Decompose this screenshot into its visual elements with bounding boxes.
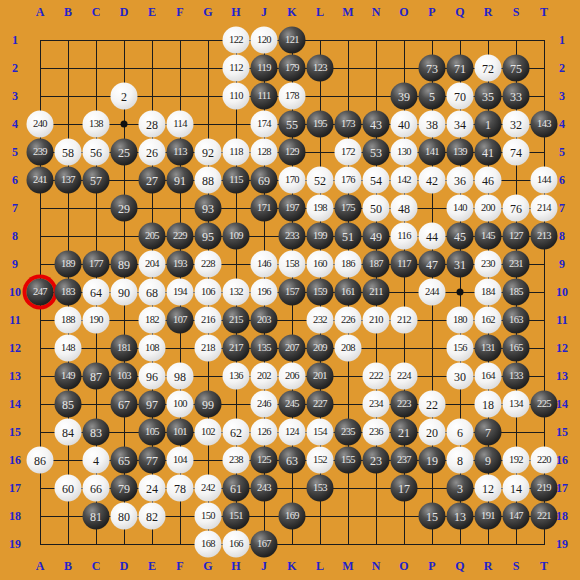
stone-H11[interactable]: 215 — [223, 307, 250, 334]
stone-P3[interactable]: 5 — [419, 83, 446, 110]
stone-G5[interactable]: 92 — [195, 139, 222, 166]
stone-C16[interactable]: 4 — [83, 447, 110, 474]
stone-P2[interactable]: 73 — [419, 55, 446, 82]
stone-T6[interactable]: 144 — [531, 167, 558, 194]
move-number: 210 — [369, 315, 383, 326]
move-number: 128 — [257, 147, 271, 158]
stone-B10[interactable]: 183 — [55, 279, 82, 306]
stone-O6[interactable]: 142 — [391, 167, 418, 194]
stone-E15[interactable]: 105 — [139, 419, 166, 446]
stone-D16[interactable]: 65 — [111, 447, 138, 474]
stone-O4[interactable]: 40 — [391, 111, 418, 138]
move-number: 217 — [229, 343, 243, 354]
stone-C15[interactable]: 83 — [83, 419, 110, 446]
row-label-left: 13 — [9, 369, 21, 384]
move-number: 113 — [173, 147, 187, 158]
stone-G17[interactable]: 242 — [195, 475, 222, 502]
stone-J4[interactable]: 174 — [251, 111, 278, 138]
move-number: 20 — [426, 426, 438, 438]
stone-M15[interactable]: 235 — [335, 419, 362, 446]
stone-G8[interactable]: 95 — [195, 223, 222, 250]
row-label-right: 4 — [559, 117, 565, 132]
stone-J3[interactable]: 111 — [251, 83, 278, 110]
stone-K8[interactable]: 233 — [279, 223, 306, 250]
stone-K3[interactable]: 178 — [279, 83, 306, 110]
stone-O17[interactable]: 17 — [391, 475, 418, 502]
stone-C6[interactable]: 57 — [83, 167, 110, 194]
move-number: 127 — [509, 231, 523, 242]
stone-D12[interactable]: 181 — [111, 335, 138, 362]
move-number: 36 — [454, 174, 466, 186]
stone-B13[interactable]: 149 — [55, 363, 82, 390]
move-number: 104 — [173, 455, 187, 466]
stone-G15[interactable]: 102 — [195, 419, 222, 446]
stone-D18[interactable]: 80 — [111, 503, 138, 530]
move-number: 21 — [398, 426, 410, 438]
stone-R13[interactable]: 164 — [475, 363, 502, 390]
move-number: 137 — [61, 175, 75, 186]
stone-Q4[interactable]: 34 — [447, 111, 474, 138]
stone-A4[interactable]: 240 — [27, 111, 54, 138]
move-number: 197 — [285, 203, 299, 214]
stone-J6[interactable]: 69 — [251, 167, 278, 194]
stone-J15[interactable]: 126 — [251, 419, 278, 446]
stone-F6[interactable]: 91 — [167, 167, 194, 194]
stone-F9[interactable]: 193 — [167, 251, 194, 278]
stone-R6[interactable]: 46 — [475, 167, 502, 194]
move-number: 237 — [397, 455, 411, 466]
row-label-left: 6 — [12, 173, 18, 188]
stone-H13[interactable]: 136 — [223, 363, 250, 390]
move-number: 227 — [313, 399, 327, 410]
stone-E11[interactable]: 182 — [139, 307, 166, 334]
stone-E12[interactable]: 108 — [139, 335, 166, 362]
stone-R11[interactable]: 162 — [475, 307, 502, 334]
stone-L11[interactable]: 232 — [307, 307, 334, 334]
stone-Q17[interactable]: 3 — [447, 475, 474, 502]
stone-R9[interactable]: 230 — [475, 251, 502, 278]
move-number: 106 — [201, 287, 215, 298]
stone-F15[interactable]: 101 — [167, 419, 194, 446]
stone-K18[interactable]: 169 — [279, 503, 306, 530]
stone-O7[interactable]: 48 — [391, 195, 418, 222]
stone-P4[interactable]: 38 — [419, 111, 446, 138]
stone-H16[interactable]: 238 — [223, 447, 250, 474]
stone-K1[interactable]: 121 — [279, 27, 306, 54]
stone-R3[interactable]: 35 — [475, 83, 502, 110]
move-number: 116 — [397, 231, 411, 242]
stone-Q2[interactable]: 71 — [447, 55, 474, 82]
stone-L7[interactable]: 198 — [307, 195, 334, 222]
stone-Q6[interactable]: 36 — [447, 167, 474, 194]
stone-C11[interactable]: 190 — [83, 307, 110, 334]
stone-M9[interactable]: 186 — [335, 251, 362, 278]
stone-S3[interactable]: 33 — [503, 83, 530, 110]
stone-D9[interactable]: 89 — [111, 251, 138, 278]
stone-H19[interactable]: 166 — [223, 531, 250, 558]
stone-R8[interactable]: 145 — [475, 223, 502, 250]
stone-S14[interactable]: 134 — [503, 391, 530, 418]
stone-B6[interactable]: 137 — [55, 167, 82, 194]
stone-E4[interactable]: 28 — [139, 111, 166, 138]
stone-B5[interactable]: 58 — [55, 139, 82, 166]
stone-Q16[interactable]: 8 — [447, 447, 474, 474]
stone-L9[interactable]: 160 — [307, 251, 334, 278]
stone-F8[interactable]: 229 — [167, 223, 194, 250]
stone-N8[interactable]: 49 — [363, 223, 390, 250]
stone-R15[interactable]: 7 — [475, 419, 502, 446]
stone-Q12[interactable]: 156 — [447, 335, 474, 362]
stone-F11[interactable]: 107 — [167, 307, 194, 334]
stone-Q5[interactable]: 139 — [447, 139, 474, 166]
stone-Q3[interactable]: 70 — [447, 83, 474, 110]
stone-F14[interactable]: 100 — [167, 391, 194, 418]
stone-L14[interactable]: 227 — [307, 391, 334, 418]
stone-D10[interactable]: 90 — [111, 279, 138, 306]
stone-E6[interactable]: 27 — [139, 167, 166, 194]
stone-N16[interactable]: 23 — [363, 447, 390, 474]
move-number: 221 — [537, 511, 551, 522]
move-number: 12 — [482, 482, 494, 494]
stone-J14[interactable]: 246 — [251, 391, 278, 418]
stone-M10[interactable]: 161 — [335, 279, 362, 306]
stone-S2[interactable]: 75 — [503, 55, 530, 82]
stone-H10[interactable]: 132 — [223, 279, 250, 306]
stone-G14[interactable]: 99 — [195, 391, 222, 418]
move-number: 107 — [173, 315, 187, 326]
move-number: 235 — [341, 427, 355, 438]
stone-H8[interactable]: 109 — [223, 223, 250, 250]
stone-J11[interactable]: 203 — [251, 307, 278, 334]
stone-J13[interactable]: 202 — [251, 363, 278, 390]
move-number: 75 — [510, 62, 522, 74]
stone-F13[interactable]: 98 — [167, 363, 194, 390]
row-label-left: 10 — [9, 285, 21, 300]
stone-R2[interactable]: 72 — [475, 55, 502, 82]
stone-C10[interactable]: 64 — [83, 279, 110, 306]
column-label-top: P — [428, 5, 435, 20]
stone-A6[interactable]: 241 — [27, 167, 54, 194]
stone-H15[interactable]: 62 — [223, 419, 250, 446]
stone-Q15[interactable]: 6 — [447, 419, 474, 446]
stone-R12[interactable]: 131 — [475, 335, 502, 362]
move-number: 185 — [509, 287, 523, 298]
stone-T16[interactable]: 220 — [531, 447, 558, 474]
stone-Q8[interactable]: 45 — [447, 223, 474, 250]
stone-P14[interactable]: 22 — [419, 391, 446, 418]
stone-E9[interactable]: 204 — [139, 251, 166, 278]
stone-P8[interactable]: 44 — [419, 223, 446, 250]
stone-S9[interactable]: 231 — [503, 251, 530, 278]
stone-L10[interactable]: 159 — [307, 279, 334, 306]
stone-P9[interactable]: 47 — [419, 251, 446, 278]
move-number: 102 — [201, 427, 215, 438]
stone-S7[interactable]: 76 — [503, 195, 530, 222]
stone-T17[interactable]: 219 — [531, 475, 558, 502]
stone-C17[interactable]: 66 — [83, 475, 110, 502]
stone-B11[interactable]: 188 — [55, 307, 82, 334]
move-number: 58 — [62, 146, 74, 158]
column-label-bottom: A — [36, 559, 45, 574]
stone-F16[interactable]: 104 — [167, 447, 194, 474]
stone-H12[interactable]: 217 — [223, 335, 250, 362]
stone-O14[interactable]: 223 — [391, 391, 418, 418]
stone-M6[interactable]: 176 — [335, 167, 362, 194]
stone-D17[interactable]: 79 — [111, 475, 138, 502]
stone-P5[interactable]: 141 — [419, 139, 446, 166]
stone-L8[interactable]: 199 — [307, 223, 334, 250]
stone-O9[interactable]: 117 — [391, 251, 418, 278]
stone-G11[interactable]: 216 — [195, 307, 222, 334]
move-number: 77 — [146, 454, 158, 466]
move-number: 218 — [201, 343, 215, 354]
stone-J16[interactable]: 125 — [251, 447, 278, 474]
stone-T14[interactable]: 225 — [531, 391, 558, 418]
stone-F4[interactable]: 114 — [167, 111, 194, 138]
stone-S16[interactable]: 192 — [503, 447, 530, 474]
stone-B14[interactable]: 85 — [55, 391, 82, 418]
stone-M12[interactable]: 208 — [335, 335, 362, 362]
stone-S12[interactable]: 165 — [503, 335, 530, 362]
stone-C18[interactable]: 81 — [83, 503, 110, 530]
stone-J10[interactable]: 196 — [251, 279, 278, 306]
stone-R16[interactable]: 9 — [475, 447, 502, 474]
stone-B17[interactable]: 60 — [55, 475, 82, 502]
stone-T18[interactable]: 221 — [531, 503, 558, 530]
stone-L13[interactable]: 201 — [307, 363, 334, 390]
stone-O15[interactable]: 21 — [391, 419, 418, 446]
stone-N11[interactable]: 210 — [363, 307, 390, 334]
stone-Q9[interactable]: 31 — [447, 251, 474, 278]
stone-R17[interactable]: 12 — [475, 475, 502, 502]
stone-J1[interactable]: 120 — [251, 27, 278, 54]
stone-H5[interactable]: 118 — [223, 139, 250, 166]
stone-A16[interactable]: 86 — [27, 447, 54, 474]
stone-J2[interactable]: 119 — [251, 55, 278, 82]
move-number: 66 — [90, 482, 102, 494]
stone-G18[interactable]: 150 — [195, 503, 222, 530]
move-number: 84 — [62, 426, 74, 438]
stone-T8[interactable]: 213 — [531, 223, 558, 250]
stone-E17[interactable]: 24 — [139, 475, 166, 502]
row-label-left: 11 — [9, 313, 20, 328]
stone-G7[interactable]: 93 — [195, 195, 222, 222]
stone-R5[interactable]: 41 — [475, 139, 502, 166]
stone-B15[interactable]: 84 — [55, 419, 82, 446]
row-label-right: 18 — [556, 509, 568, 524]
stone-K16[interactable]: 63 — [279, 447, 306, 474]
stone-L16[interactable]: 152 — [307, 447, 334, 474]
stone-J7[interactable]: 171 — [251, 195, 278, 222]
stone-H17[interactable]: 61 — [223, 475, 250, 502]
stone-O8[interactable]: 116 — [391, 223, 418, 250]
stone-P16[interactable]: 19 — [419, 447, 446, 474]
stone-K10[interactable]: 157 — [279, 279, 306, 306]
move-number: 99 — [202, 398, 214, 410]
stone-K12[interactable]: 207 — [279, 335, 306, 362]
move-number: 209 — [313, 343, 327, 354]
stone-D5[interactable]: 25 — [111, 139, 138, 166]
stone-K7[interactable]: 197 — [279, 195, 306, 222]
move-number: 208 — [341, 343, 355, 354]
stone-P6[interactable]: 42 — [419, 167, 446, 194]
move-number: 164 — [481, 371, 495, 382]
stone-O16[interactable]: 237 — [391, 447, 418, 474]
stone-F10[interactable]: 194 — [167, 279, 194, 306]
stone-F17[interactable]: 78 — [167, 475, 194, 502]
stone-O11[interactable]: 212 — [391, 307, 418, 334]
move-number: 109 — [229, 231, 243, 242]
stone-G10[interactable]: 106 — [195, 279, 222, 306]
stone-R7[interactable]: 200 — [475, 195, 502, 222]
stone-K2[interactable]: 179 — [279, 55, 306, 82]
stone-K9[interactable]: 158 — [279, 251, 306, 278]
stone-E16[interactable]: 77 — [139, 447, 166, 474]
stone-L2[interactable]: 123 — [307, 55, 334, 82]
stone-L4[interactable]: 195 — [307, 111, 334, 138]
column-label-bottom: D — [120, 559, 129, 574]
stone-S11[interactable]: 163 — [503, 307, 530, 334]
row-label-left: 14 — [9, 397, 21, 412]
stone-O13[interactable]: 224 — [391, 363, 418, 390]
stone-N6[interactable]: 54 — [363, 167, 390, 194]
stone-T4[interactable]: 143 — [531, 111, 558, 138]
column-label-top: K — [287, 5, 296, 20]
stone-J17[interactable]: 243 — [251, 475, 278, 502]
stone-S18[interactable]: 147 — [503, 503, 530, 530]
stone-K6[interactable]: 170 — [279, 167, 306, 194]
stone-N5[interactable]: 53 — [363, 139, 390, 166]
stone-L12[interactable]: 209 — [307, 335, 334, 362]
stone-E14[interactable]: 97 — [139, 391, 166, 418]
move-number: 223 — [397, 399, 411, 410]
stone-H18[interactable]: 151 — [223, 503, 250, 530]
stone-O5[interactable]: 130 — [391, 139, 418, 166]
stone-J19[interactable]: 167 — [251, 531, 278, 558]
move-number: 26 — [146, 146, 158, 158]
move-number: 159 — [313, 287, 327, 298]
stone-M11[interactable]: 226 — [335, 307, 362, 334]
move-number: 149 — [61, 371, 75, 382]
column-label-top: F — [176, 5, 183, 20]
go-board[interactable]: AABBCCDDEEFFGGHHJJKKLLMMNNOOPPQQRRSSTT11… — [0, 0, 580, 580]
stone-M8[interactable]: 51 — [335, 223, 362, 250]
move-number: 17 — [398, 482, 410, 494]
move-number: 88 — [202, 174, 214, 186]
move-number: 111 — [257, 91, 270, 102]
stone-L6[interactable]: 52 — [307, 167, 334, 194]
stone-N7[interactable]: 50 — [363, 195, 390, 222]
stone-H6[interactable]: 115 — [223, 167, 250, 194]
stone-K4[interactable]: 55 — [279, 111, 306, 138]
stone-S13[interactable]: 133 — [503, 363, 530, 390]
stone-S5[interactable]: 74 — [503, 139, 530, 166]
stone-H2[interactable]: 112 — [223, 55, 250, 82]
stone-C13[interactable]: 87 — [83, 363, 110, 390]
column-label-bottom: B — [64, 559, 72, 574]
stone-P18[interactable]: 15 — [419, 503, 446, 530]
stone-C4[interactable]: 138 — [83, 111, 110, 138]
stone-K15[interactable]: 124 — [279, 419, 306, 446]
stone-N13[interactable]: 222 — [363, 363, 390, 390]
stone-T7[interactable]: 214 — [531, 195, 558, 222]
stone-M16[interactable]: 155 — [335, 447, 362, 474]
stone-A10[interactable]: 247 — [27, 279, 54, 306]
stone-R14[interactable]: 18 — [475, 391, 502, 418]
stone-G12[interactable]: 218 — [195, 335, 222, 362]
stone-R18[interactable]: 191 — [475, 503, 502, 530]
stone-G6[interactable]: 88 — [195, 167, 222, 194]
stone-H1[interactable]: 122 — [223, 27, 250, 54]
stone-N9[interactable]: 187 — [363, 251, 390, 278]
stone-S10[interactable]: 185 — [503, 279, 530, 306]
move-number: 183 — [61, 287, 75, 298]
stone-Q11[interactable]: 180 — [447, 307, 474, 334]
stone-E13[interactable]: 96 — [139, 363, 166, 390]
stone-R10[interactable]: 184 — [475, 279, 502, 306]
column-label-top: D — [120, 5, 129, 20]
move-number: 143 — [537, 119, 551, 130]
stone-M7[interactable]: 175 — [335, 195, 362, 222]
stone-K14[interactable]: 245 — [279, 391, 306, 418]
stone-Q18[interactable]: 13 — [447, 503, 474, 530]
stone-E8[interactable]: 205 — [139, 223, 166, 250]
stone-J5[interactable]: 128 — [251, 139, 278, 166]
stone-S8[interactable]: 127 — [503, 223, 530, 250]
column-label-bottom: R — [484, 559, 493, 574]
stone-N10[interactable]: 211 — [363, 279, 390, 306]
stone-C5[interactable]: 56 — [83, 139, 110, 166]
stone-Q13[interactable]: 30 — [447, 363, 474, 390]
stone-E18[interactable]: 82 — [139, 503, 166, 530]
stone-A5[interactable]: 239 — [27, 139, 54, 166]
stone-J12[interactable]: 135 — [251, 335, 278, 362]
stone-G19[interactable]: 168 — [195, 531, 222, 558]
stone-N15[interactable]: 236 — [363, 419, 390, 446]
stone-E5[interactable]: 26 — [139, 139, 166, 166]
stone-S4[interactable]: 32 — [503, 111, 530, 138]
stone-G9[interactable]: 228 — [195, 251, 222, 278]
stone-Q7[interactable]: 140 — [447, 195, 474, 222]
stone-B9[interactable]: 189 — [55, 251, 82, 278]
move-number: 180 — [453, 315, 467, 326]
stone-H3[interactable]: 110 — [223, 83, 250, 110]
stone-D14[interactable]: 67 — [111, 391, 138, 418]
stone-P15[interactable]: 20 — [419, 419, 446, 446]
stone-F5[interactable]: 113 — [167, 139, 194, 166]
stone-L17[interactable]: 153 — [307, 475, 334, 502]
stone-K13[interactable]: 206 — [279, 363, 306, 390]
stone-E10[interactable]: 68 — [139, 279, 166, 306]
stone-D3[interactable]: 2 — [111, 83, 138, 110]
stone-O3[interactable]: 39 — [391, 83, 418, 110]
stone-L15[interactable]: 154 — [307, 419, 334, 446]
stone-C9[interactable]: 177 — [83, 251, 110, 278]
stone-M4[interactable]: 173 — [335, 111, 362, 138]
stone-D7[interactable]: 29 — [111, 195, 138, 222]
stone-R4[interactable]: 1 — [475, 111, 502, 138]
stone-M5[interactable]: 172 — [335, 139, 362, 166]
stone-B12[interactable]: 148 — [55, 335, 82, 362]
stone-P10[interactable]: 244 — [419, 279, 446, 306]
stone-N4[interactable]: 43 — [363, 111, 390, 138]
stone-S17[interactable]: 14 — [503, 475, 530, 502]
stone-D13[interactable]: 103 — [111, 363, 138, 390]
move-number: 150 — [201, 511, 215, 522]
stone-J9[interactable]: 146 — [251, 251, 278, 278]
stone-K5[interactable]: 129 — [279, 139, 306, 166]
stone-N14[interactable]: 234 — [363, 391, 390, 418]
